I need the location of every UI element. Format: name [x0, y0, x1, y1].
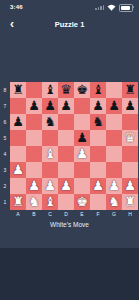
- square-b3[interactable]: [26, 162, 42, 178]
- file-label: A: [10, 211, 26, 217]
- piece-black-pawn: ♟: [122, 98, 138, 114]
- square-g7[interactable]: ♟: [106, 98, 122, 114]
- square-e7[interactable]: [74, 98, 90, 114]
- square-e8[interactable]: ♚: [74, 82, 90, 98]
- square-c2[interactable]: ♟: [42, 178, 58, 194]
- square-f4[interactable]: [90, 146, 106, 162]
- square-g4[interactable]: [106, 146, 122, 162]
- square-a7[interactable]: [10, 98, 26, 114]
- bottom-nav-bar: ‹ ›: [0, 248, 139, 300]
- square-e5[interactable]: ♟: [74, 130, 90, 146]
- square-a4[interactable]: [10, 146, 26, 162]
- piece-white-pawn: ♟: [74, 146, 90, 162]
- square-f5[interactable]: [90, 130, 106, 146]
- square-d5[interactable]: [58, 130, 74, 146]
- piece-black-knight: ♞: [42, 114, 58, 130]
- square-a1[interactable]: ♜: [10, 194, 26, 210]
- board-row: 6♟♞♞: [0, 114, 139, 130]
- square-b1[interactable]: ♞: [26, 194, 42, 210]
- piece-black-rook: ♜: [122, 82, 138, 98]
- piece-white-pawn: ♟: [122, 178, 138, 194]
- square-h8[interactable]: ♜: [122, 82, 138, 98]
- rank-label: 8: [4, 87, 7, 93]
- piece-white-knight: ♞: [106, 194, 122, 210]
- piece-black-knight: ♞: [90, 114, 106, 130]
- square-d8[interactable]: ♛: [58, 82, 74, 98]
- square-g5[interactable]: [106, 130, 122, 146]
- square-e4[interactable]: ♟: [74, 146, 90, 162]
- square-b8[interactable]: [26, 82, 42, 98]
- piece-black-pawn: ♟: [26, 98, 42, 114]
- piece-black-bishop: ♝: [90, 82, 106, 98]
- square-c6[interactable]: ♞: [42, 114, 58, 130]
- square-a8[interactable]: ♜: [10, 82, 26, 98]
- piece-black-pawn: ♟: [10, 114, 26, 130]
- piece-white-bishop: ♝: [42, 146, 58, 162]
- file-labels: ABCDEFGH: [0, 211, 139, 217]
- status-bar: 3:46: [0, 0, 139, 14]
- square-c3[interactable]: [42, 162, 58, 178]
- file-label: G: [106, 211, 122, 217]
- square-e1[interactable]: ♚: [74, 194, 90, 210]
- piece-white-pawn: ♟: [58, 178, 74, 194]
- square-d6[interactable]: [58, 114, 74, 130]
- rank-label: 5: [4, 135, 7, 141]
- square-c8[interactable]: ♝: [42, 82, 58, 98]
- rank-label: 2: [4, 183, 7, 189]
- square-h6[interactable]: [122, 114, 138, 130]
- cellular-signal-icon: [95, 5, 104, 10]
- square-d7[interactable]: ♟: [58, 98, 74, 114]
- square-f3[interactable]: [90, 162, 106, 178]
- square-d4[interactable]: [58, 146, 74, 162]
- square-c7[interactable]: ♟: [42, 98, 58, 114]
- piece-white-rook: ♜: [122, 194, 138, 210]
- board-row: 4♝♟: [0, 146, 139, 162]
- piece-black-pawn: ♟: [90, 98, 106, 114]
- square-b7[interactable]: ♟: [26, 98, 42, 114]
- square-b6[interactable]: [26, 114, 42, 130]
- page-title: Puzzle 1: [0, 20, 139, 29]
- piece-black-queen: ♛: [58, 82, 74, 98]
- square-c1[interactable]: ♝: [42, 194, 58, 210]
- piece-white-pawn: ♟: [106, 178, 122, 194]
- rank-label: 4: [4, 151, 7, 157]
- square-g2[interactable]: ♟: [106, 178, 122, 194]
- square-f8[interactable]: ♝: [90, 82, 106, 98]
- square-b5[interactable]: [26, 130, 42, 146]
- chess-board: 8♜♝♛♚♝♜7♟♟♟♟♟♟6♟♞♞5♟♛4♝♟3♟2♟♟♟♟♟♟1♜♞♝♚♞♜: [0, 82, 139, 210]
- square-e2[interactable]: [74, 178, 90, 194]
- rank-label: 6: [4, 119, 7, 125]
- square-h7[interactable]: ♟: [122, 98, 138, 114]
- file-label: C: [42, 211, 58, 217]
- board-row: 2♟♟♟♟♟♟: [0, 178, 139, 194]
- square-d3[interactable]: [58, 162, 74, 178]
- header: ‹ Puzzle 1: [0, 18, 139, 34]
- square-e6[interactable]: [74, 114, 90, 130]
- square-a5[interactable]: [10, 130, 26, 146]
- piece-black-bishop: ♝: [42, 82, 58, 98]
- square-g8[interactable]: [106, 82, 122, 98]
- file-label: B: [26, 211, 42, 217]
- piece-white-queen: ♛: [122, 130, 138, 146]
- square-f7[interactable]: ♟: [90, 98, 106, 114]
- turn-indicator: White's Move: [0, 221, 139, 228]
- square-h3[interactable]: [122, 162, 138, 178]
- square-a3[interactable]: ♟: [10, 162, 26, 178]
- board-row: 8♜♝♛♚♝♜: [0, 82, 139, 98]
- square-c5[interactable]: [42, 130, 58, 146]
- square-b2[interactable]: ♟: [26, 178, 42, 194]
- board-row: 5♟♛: [0, 130, 139, 146]
- file-label: D: [58, 211, 74, 217]
- piece-black-rook: ♜: [10, 82, 26, 98]
- square-a2[interactable]: [10, 178, 26, 194]
- square-h1[interactable]: ♜: [122, 194, 138, 210]
- clock-time: 3:46: [10, 4, 23, 10]
- status-icons: [95, 4, 133, 12]
- square-e3[interactable]: [74, 162, 90, 178]
- rank-label: 3: [4, 167, 7, 173]
- square-c4[interactable]: ♝: [42, 146, 58, 162]
- board-row: 1♜♞♝♚♞♜: [0, 194, 139, 210]
- square-a6[interactable]: ♟: [10, 114, 26, 130]
- board-row: 7♟♟♟♟♟♟: [0, 98, 139, 114]
- piece-white-pawn: ♟: [42, 178, 58, 194]
- board-row: 3♟: [0, 162, 139, 178]
- piece-black-pawn: ♟: [106, 98, 122, 114]
- piece-white-bishop: ♝: [42, 194, 58, 210]
- square-f6[interactable]: ♞: [90, 114, 106, 130]
- wifi-icon: [107, 4, 116, 11]
- rank-label: 1: [4, 199, 7, 205]
- piece-white-king: ♚: [74, 194, 90, 210]
- piece-white-pawn: ♟: [90, 178, 106, 194]
- chess-board-area: 8♜♝♛♚♝♜7♟♟♟♟♟♟6♟♞♞5♟♛4♝♟3♟2♟♟♟♟♟♟1♜♞♝♚♞♜…: [0, 82, 139, 217]
- piece-black-pawn: ♟: [74, 130, 90, 146]
- square-g3[interactable]: [106, 162, 122, 178]
- square-h2[interactable]: ♟: [122, 178, 138, 194]
- piece-white-rook: ♜: [10, 194, 26, 210]
- square-g1[interactable]: ♞: [106, 194, 122, 210]
- square-f1[interactable]: [90, 194, 106, 210]
- piece-black-king: ♚: [74, 82, 90, 98]
- file-label: E: [74, 211, 90, 217]
- square-d1[interactable]: [58, 194, 74, 210]
- square-g6[interactable]: [106, 114, 122, 130]
- piece-black-pawn: ♟: [58, 98, 74, 114]
- file-label: F: [90, 211, 106, 217]
- piece-white-pawn: ♟: [26, 178, 42, 194]
- rank-label: 7: [4, 103, 7, 109]
- file-label: H: [122, 211, 138, 217]
- square-h4[interactable]: [122, 146, 138, 162]
- square-h5[interactable]: ♛: [122, 130, 138, 146]
- square-f2[interactable]: ♟: [90, 178, 106, 194]
- square-b4[interactable]: [26, 146, 42, 162]
- piece-white-knight: ♞: [26, 194, 42, 210]
- piece-black-pawn: ♟: [42, 98, 58, 114]
- piece-white-pawn: ♟: [10, 162, 26, 178]
- battery-icon: [119, 4, 133, 12]
- square-d2[interactable]: ♟: [58, 178, 74, 194]
